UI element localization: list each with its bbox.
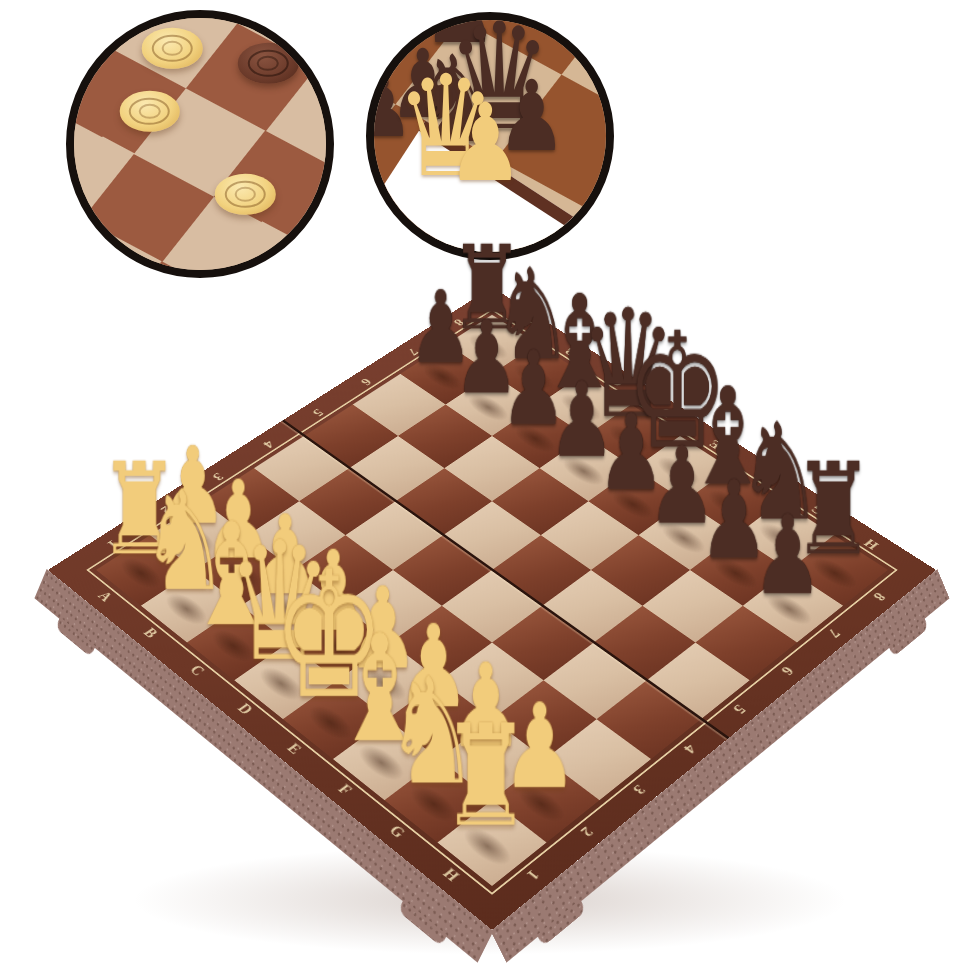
coord-rank-4-right: 4 <box>673 736 706 761</box>
coord-rank-6-right: 6 <box>771 659 803 683</box>
inset-checkers-detail <box>66 10 334 278</box>
board-foot <box>888 617 928 657</box>
coord-rank-1-right: 1 <box>516 861 551 889</box>
coord-rank-5-right: 5 <box>723 697 756 722</box>
coord-file-h-near: H <box>434 861 469 889</box>
piece-black-pawn-h7: ♟ <box>717 501 859 610</box>
closeup-piece-white-pawn: ♟ <box>447 88 524 196</box>
piece-white-rook-h1: ♜ <box>408 707 563 847</box>
coord-rank-2-right: 2 <box>570 818 604 845</box>
chessboard: AABBCCDDEEFFGGHH1122334455667788♜♞♝♛♚♝♞♜… <box>48 287 936 930</box>
board-foot <box>55 617 95 657</box>
coord-rank-7-right: 7 <box>818 621 850 644</box>
coord-rank-3-right: 3 <box>622 777 656 803</box>
coord-rank-8-right: 8 <box>863 585 894 608</box>
